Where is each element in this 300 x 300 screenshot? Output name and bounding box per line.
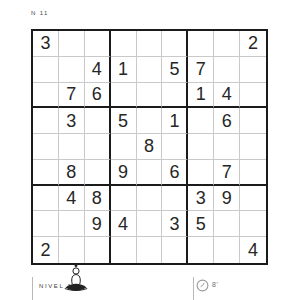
cell-r5c8[interactable] (214, 134, 240, 160)
cell-r7c2[interactable]: 4 (59, 186, 85, 212)
cell-r1c7[interactable] (188, 31, 214, 57)
cell-r8c2[interactable] (59, 211, 85, 237)
cell-r2c4[interactable]: 1 (111, 57, 137, 83)
cell-r3c1[interactable] (33, 83, 59, 109)
cell-r9c7[interactable] (188, 237, 214, 263)
cell-r5c2[interactable] (59, 134, 85, 160)
cell-r6c2[interactable]: 8 (59, 160, 85, 186)
cell-r7c3[interactable]: 8 (85, 186, 111, 212)
cell-r6c1[interactable] (33, 160, 59, 186)
cell-r6c7[interactable] (188, 160, 214, 186)
cell-r7c8[interactable]: 9 (214, 186, 240, 212)
cell-r9c9[interactable]: 4 (240, 237, 266, 263)
cell-r1c4[interactable] (111, 31, 137, 57)
cell-r8c6[interactable]: 3 (162, 211, 188, 237)
cell-r5c1[interactable] (33, 134, 59, 160)
cell-r4c2[interactable]: 3 (59, 108, 85, 134)
cell-r7c7[interactable]: 3 (188, 186, 214, 212)
cell-r3c2[interactable]: 7 (59, 83, 85, 109)
cell-r3c5[interactable] (137, 83, 163, 109)
cell-r3c8[interactable]: 4 (214, 83, 240, 109)
cell-r8c8[interactable] (214, 211, 240, 237)
cell-r9c3[interactable] (85, 237, 111, 263)
cell-r5c3[interactable] (85, 134, 111, 160)
meditating-person-icon (63, 262, 89, 298)
cell-r4c6[interactable]: 1 (162, 108, 188, 134)
cell-r2c1[interactable] (33, 57, 59, 83)
cell-r2c7[interactable]: 7 (188, 57, 214, 83)
cell-r2c2[interactable] (59, 57, 85, 83)
cell-r4c4[interactable]: 5 (111, 108, 137, 134)
cell-r8c3[interactable]: 9 (85, 211, 111, 237)
cell-r8c7[interactable]: 5 (188, 211, 214, 237)
cell-r1c5[interactable] (137, 31, 163, 57)
cell-r9c5[interactable] (137, 237, 163, 263)
cell-r7c9[interactable] (240, 186, 266, 212)
cell-r1c3[interactable] (85, 31, 111, 57)
cell-r9c8[interactable] (214, 237, 240, 263)
sudoku-page: N 11 32415776143516889674839943524 NIVEL… (0, 0, 300, 300)
cell-r5c4[interactable] (111, 134, 137, 160)
sudoku-board: 32415776143516889674839943524 (31, 29, 268, 265)
cell-r4c1[interactable] (33, 108, 59, 134)
cell-r6c5[interactable] (137, 160, 163, 186)
cell-r8c4[interactable]: 4 (111, 211, 137, 237)
time-label: 8' (212, 281, 218, 288)
cell-r9c4[interactable] (111, 237, 137, 263)
cell-r3c3[interactable]: 6 (85, 83, 111, 109)
cell-r7c1[interactable] (33, 186, 59, 212)
cell-r4c5[interactable] (137, 108, 163, 134)
level-divider (32, 277, 33, 300)
cell-r5c7[interactable] (188, 134, 214, 160)
cell-r9c6[interactable] (162, 237, 188, 263)
cell-r3c7[interactable]: 1 (188, 83, 214, 109)
cell-r7c4[interactable] (111, 186, 137, 212)
cell-r6c4[interactable]: 9 (111, 160, 137, 186)
cell-r6c9[interactable] (240, 160, 266, 186)
cell-r1c6[interactable] (162, 31, 188, 57)
cell-r4c7[interactable] (188, 108, 214, 134)
cell-r7c5[interactable] (137, 186, 163, 212)
cell-r1c9[interactable]: 2 (240, 31, 266, 57)
cell-r5c6[interactable] (162, 134, 188, 160)
cell-r6c6[interactable]: 6 (162, 160, 188, 186)
cell-r9c2[interactable] (59, 237, 85, 263)
cell-r9c1[interactable]: 2 (33, 237, 59, 263)
cell-r4c8[interactable]: 6 (214, 108, 240, 134)
cell-r7c6[interactable] (162, 186, 188, 212)
cell-r4c9[interactable] (240, 108, 266, 134)
cell-r1c1[interactable]: 3 (33, 31, 59, 57)
cell-r8c5[interactable] (137, 211, 163, 237)
time-divider (193, 277, 194, 300)
cell-r4c3[interactable] (85, 108, 111, 134)
cell-r6c3[interactable] (85, 160, 111, 186)
cell-r6c8[interactable]: 7 (214, 160, 240, 186)
cell-r2c5[interactable] (137, 57, 163, 83)
cell-r8c1[interactable] (33, 211, 59, 237)
cell-r1c2[interactable] (59, 31, 85, 57)
cell-r3c6[interactable] (162, 83, 188, 109)
cell-r2c6[interactable]: 5 (162, 57, 188, 83)
cell-r2c8[interactable] (214, 57, 240, 83)
puzzle-number-label: N 11 (31, 10, 49, 16)
clock-icon (196, 278, 209, 296)
cell-r2c9[interactable] (240, 57, 266, 83)
cell-r5c5[interactable]: 8 (137, 134, 163, 160)
cell-r3c9[interactable] (240, 83, 266, 109)
cell-r5c9[interactable] (240, 134, 266, 160)
cell-r8c9[interactable] (240, 211, 266, 237)
cell-r1c8[interactable] (214, 31, 240, 57)
cell-r3c4[interactable] (111, 83, 137, 109)
cell-r2c3[interactable]: 4 (85, 57, 111, 83)
